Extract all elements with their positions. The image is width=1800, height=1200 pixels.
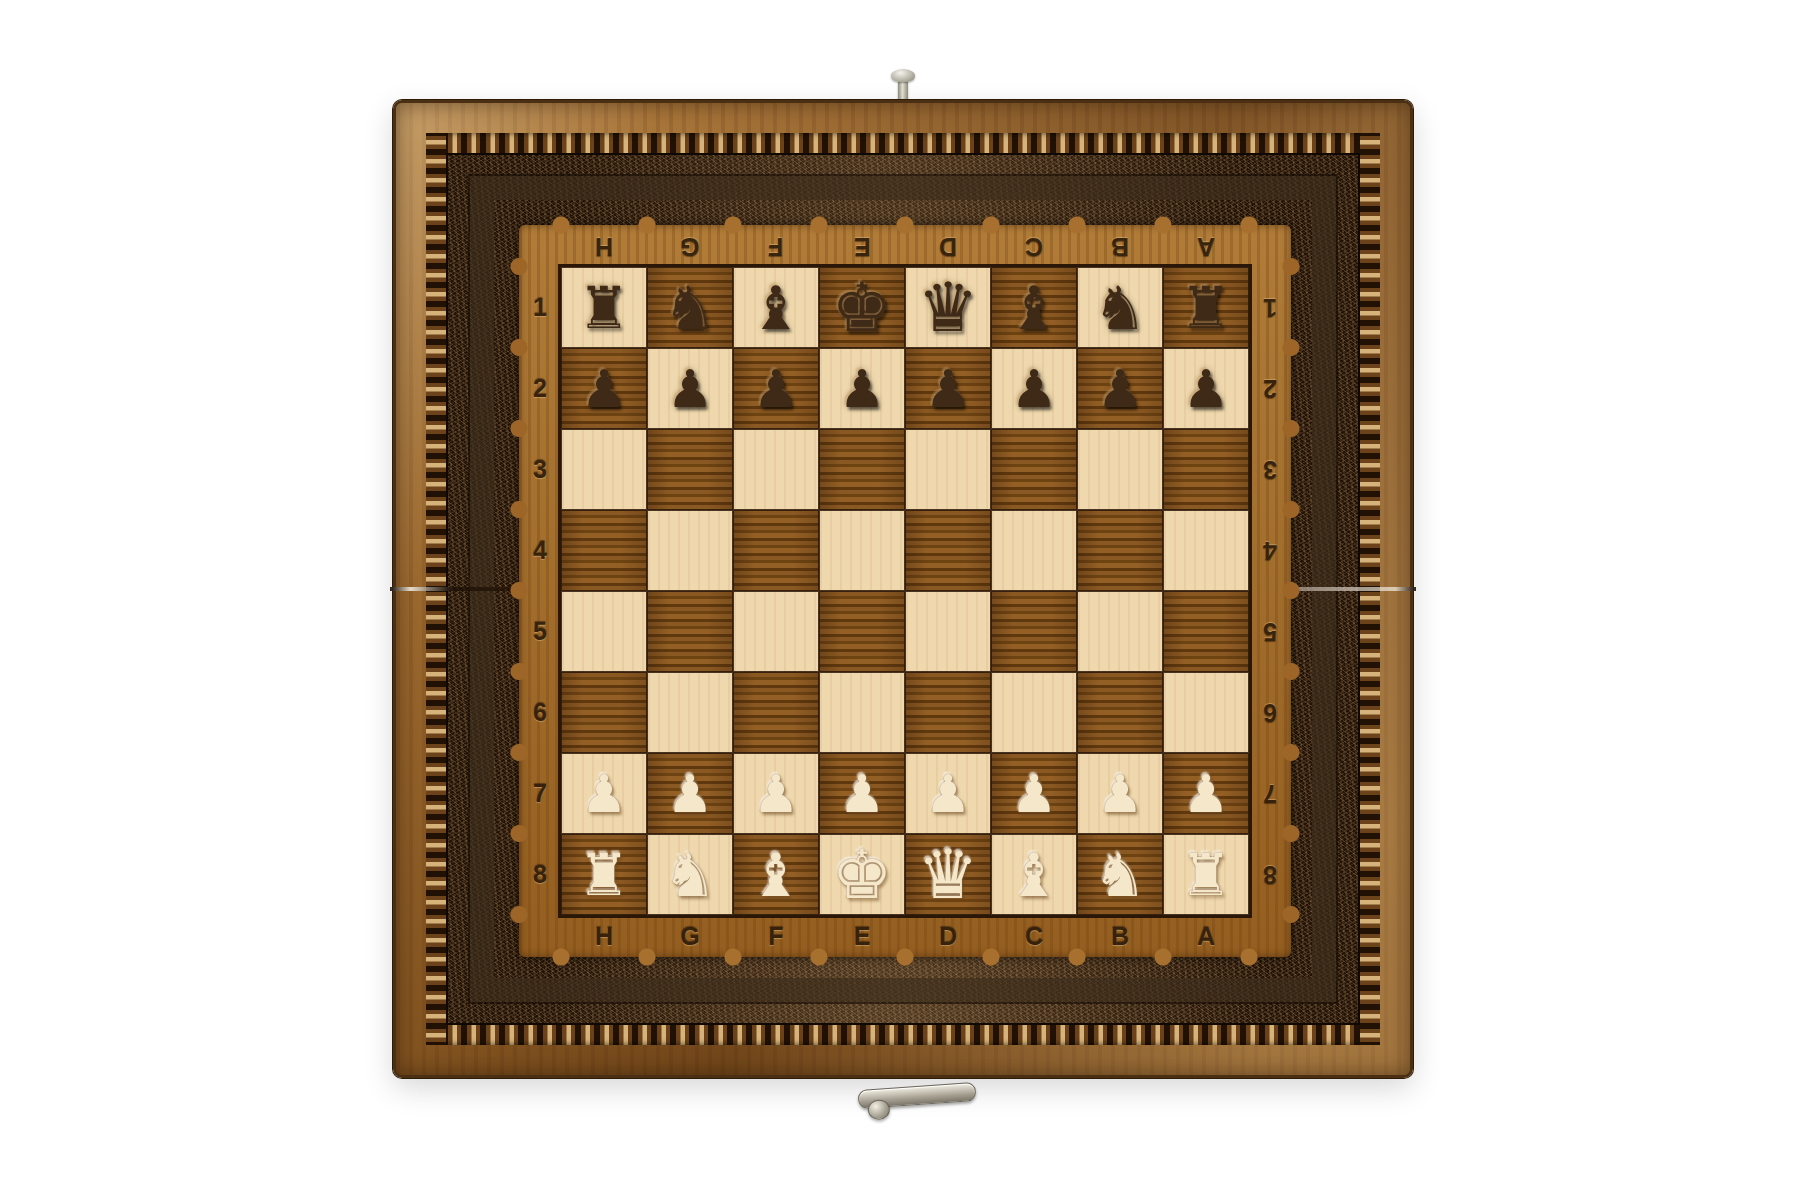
piece-black-queen[interactable]: ♛ xyxy=(918,274,979,342)
square-d5[interactable] xyxy=(905,591,991,672)
rank-labels-right: 12345678 xyxy=(1249,267,1291,915)
rank-label: 7 xyxy=(1263,779,1277,808)
square-b6[interactable] xyxy=(1077,672,1163,753)
file-label: E xyxy=(854,922,871,951)
piece-white-bishop[interactable]: ♝ xyxy=(1007,845,1061,905)
piece-black-bishop[interactable]: ♝ xyxy=(749,278,803,338)
square-c5[interactable] xyxy=(991,591,1077,672)
chess-board: ♜♞♝♚♛♝♞♜♟♟♟♟♟♟♟♟♟♟♟♟♟♟♟♟♜♞♝♚♛♝♞♜ xyxy=(561,267,1249,915)
square-f6[interactable] xyxy=(733,672,819,753)
square-d2[interactable]: ♟ xyxy=(905,348,991,429)
square-g8[interactable]: ♞ xyxy=(647,834,733,915)
square-b3[interactable] xyxy=(1077,429,1163,510)
square-c1[interactable]: ♝ xyxy=(991,267,1077,348)
square-h2[interactable]: ♟ xyxy=(561,348,647,429)
square-g5[interactable] xyxy=(647,591,733,672)
square-f4[interactable] xyxy=(733,510,819,591)
rank-label: 6 xyxy=(1263,698,1277,727)
lid-pin-cap xyxy=(891,69,915,82)
square-g4[interactable] xyxy=(647,510,733,591)
square-h6[interactable] xyxy=(561,672,647,753)
piece-black-pawn[interactable]: ♟ xyxy=(1183,363,1230,415)
piece-white-pawn[interactable]: ♟ xyxy=(925,768,972,820)
piece-white-pawn[interactable]: ♟ xyxy=(1011,768,1058,820)
piece-black-king[interactable]: ♚ xyxy=(832,274,893,342)
carved-dark-panel: HGFEDCBA 12345678 ♜♞♝♚♛♝♞♜♟♟♟♟♟♟♟♟♟♟♟♟♟♟… xyxy=(446,153,1360,1025)
square-b4[interactable] xyxy=(1077,510,1163,591)
file-label: A xyxy=(1197,922,1215,951)
square-a1[interactable]: ♜ xyxy=(1163,267,1249,348)
square-e5[interactable] xyxy=(819,591,905,672)
coordinate-frame: HGFEDCBA 12345678 ♜♞♝♚♛♝♞♜♟♟♟♟♟♟♟♟♟♟♟♟♟♟… xyxy=(519,225,1291,957)
rank-label: 1 xyxy=(1263,293,1277,322)
piece-white-pawn[interactable]: ♟ xyxy=(1097,768,1144,820)
square-b8[interactable]: ♞ xyxy=(1077,834,1163,915)
piece-white-rook[interactable]: ♜ xyxy=(578,846,630,904)
square-f5[interactable] xyxy=(733,591,819,672)
rank-label: 2 xyxy=(533,374,547,403)
file-label: B xyxy=(1111,232,1129,261)
rank-label: 8 xyxy=(533,860,547,889)
piece-white-bishop[interactable]: ♝ xyxy=(749,845,803,905)
square-f3[interactable] xyxy=(733,429,819,510)
piece-white-king[interactable]: ♚ xyxy=(832,841,893,909)
square-b2[interactable]: ♟ xyxy=(1077,348,1163,429)
rank-label: 3 xyxy=(1263,455,1277,484)
file-label: C xyxy=(1025,232,1043,261)
rank-label: 4 xyxy=(1263,536,1277,565)
square-e7[interactable]: ♟ xyxy=(819,753,905,834)
square-f7[interactable]: ♟ xyxy=(733,753,819,834)
file-label: H xyxy=(595,922,613,951)
square-f1[interactable]: ♝ xyxy=(733,267,819,348)
square-d1[interactable]: ♛ xyxy=(905,267,991,348)
square-a7[interactable]: ♟ xyxy=(1163,753,1249,834)
piece-black-pawn[interactable]: ♟ xyxy=(925,363,972,415)
square-c8[interactable]: ♝ xyxy=(991,834,1077,915)
rank-label: 8 xyxy=(1263,860,1277,889)
piece-black-rook[interactable]: ♜ xyxy=(1180,279,1232,337)
square-e2[interactable]: ♟ xyxy=(819,348,905,429)
square-e8[interactable]: ♚ xyxy=(819,834,905,915)
square-h5[interactable] xyxy=(561,591,647,672)
square-e6[interactable] xyxy=(819,672,905,753)
piece-black-pawn[interactable]: ♟ xyxy=(753,363,800,415)
square-a3[interactable] xyxy=(1163,429,1249,510)
piece-white-knight[interactable]: ♞ xyxy=(663,845,717,905)
file-label: G xyxy=(680,922,699,951)
square-e3[interactable] xyxy=(819,429,905,510)
piece-black-pawn[interactable]: ♟ xyxy=(667,363,714,415)
square-g6[interactable] xyxy=(647,672,733,753)
piece-white-pawn[interactable]: ♟ xyxy=(581,768,628,820)
piece-white-pawn[interactable]: ♟ xyxy=(839,768,886,820)
square-h1[interactable]: ♜ xyxy=(561,267,647,348)
piece-white-pawn[interactable]: ♟ xyxy=(667,768,714,820)
piece-white-pawn[interactable]: ♟ xyxy=(1183,768,1230,820)
piece-white-rook[interactable]: ♜ xyxy=(1180,846,1232,904)
piece-black-rook[interactable]: ♜ xyxy=(578,279,630,337)
square-a2[interactable]: ♟ xyxy=(1163,348,1249,429)
carved-outer-frame: HGFEDCBA 12345678 ♜♞♝♚♛♝♞♜♟♟♟♟♟♟♟♟♟♟♟♟♟♟… xyxy=(393,100,1413,1078)
rank-label: 5 xyxy=(533,617,547,646)
rank-label: 5 xyxy=(1263,617,1277,646)
piece-black-pawn[interactable]: ♟ xyxy=(1097,363,1144,415)
square-h4[interactable] xyxy=(561,510,647,591)
square-f8[interactable]: ♝ xyxy=(733,834,819,915)
piece-black-knight[interactable]: ♞ xyxy=(1093,278,1147,338)
square-c4[interactable] xyxy=(991,510,1077,591)
square-e1[interactable]: ♚ xyxy=(819,267,905,348)
square-a4[interactable] xyxy=(1163,510,1249,591)
wooden-chess-box: HGFEDCBA 12345678 ♜♞♝♚♛♝♞♜♟♟♟♟♟♟♟♟♟♟♟♟♟♟… xyxy=(393,100,1413,1078)
rank-label: 2 xyxy=(1263,374,1277,403)
square-b1[interactable]: ♞ xyxy=(1077,267,1163,348)
square-d7[interactable]: ♟ xyxy=(905,753,991,834)
square-g2[interactable]: ♟ xyxy=(647,348,733,429)
rank-label: 7 xyxy=(533,779,547,808)
file-label: F xyxy=(768,922,783,951)
square-c7[interactable]: ♟ xyxy=(991,753,1077,834)
piece-black-pawn[interactable]: ♟ xyxy=(1011,363,1058,415)
file-label: E xyxy=(854,232,871,261)
file-label: A xyxy=(1197,232,1215,261)
piece-white-queen[interactable]: ♛ xyxy=(918,841,979,909)
piece-black-pawn[interactable]: ♟ xyxy=(581,363,628,415)
square-g7[interactable]: ♟ xyxy=(647,753,733,834)
square-a8[interactable]: ♜ xyxy=(1163,834,1249,915)
piece-black-pawn[interactable]: ♟ xyxy=(839,363,886,415)
file-label: B xyxy=(1111,922,1129,951)
file-labels-top: HGFEDCBA xyxy=(561,225,1249,267)
lid-pin-icon xyxy=(891,69,915,103)
square-e4[interactable] xyxy=(819,510,905,591)
square-c2[interactable]: ♟ xyxy=(991,348,1077,429)
rank-label: 3 xyxy=(533,455,547,484)
piece-black-knight[interactable]: ♞ xyxy=(663,278,717,338)
file-label: G xyxy=(680,232,699,261)
square-d4[interactable] xyxy=(905,510,991,591)
square-a5[interactable] xyxy=(1163,591,1249,672)
piece-white-pawn[interactable]: ♟ xyxy=(753,768,800,820)
square-a6[interactable] xyxy=(1163,672,1249,753)
square-g1[interactable]: ♞ xyxy=(647,267,733,348)
file-label: F xyxy=(768,232,783,261)
rank-label: 1 xyxy=(533,293,547,322)
file-label: D xyxy=(939,232,957,261)
file-label: D xyxy=(939,922,957,951)
square-d8[interactable]: ♛ xyxy=(905,834,991,915)
rope-bead-border: HGFEDCBA 12345678 ♜♞♝♚♛♝♞♜♟♟♟♟♟♟♟♟♟♟♟♟♟♟… xyxy=(426,133,1380,1045)
latch-clasp-icon xyxy=(857,1082,976,1109)
rank-labels-left: 12345678 xyxy=(519,267,561,915)
square-b7[interactable]: ♟ xyxy=(1077,753,1163,834)
piece-black-bishop[interactable]: ♝ xyxy=(1007,278,1061,338)
square-h8[interactable]: ♜ xyxy=(561,834,647,915)
square-c6[interactable] xyxy=(991,672,1077,753)
square-d3[interactable] xyxy=(905,429,991,510)
photo-background: HGFEDCBA 12345678 ♜♞♝♚♛♝♞♜♟♟♟♟♟♟♟♟♟♟♟♟♟♟… xyxy=(0,0,1800,1200)
square-f2[interactable]: ♟ xyxy=(733,348,819,429)
square-h7[interactable]: ♟ xyxy=(561,753,647,834)
rank-label: 6 xyxy=(533,698,547,727)
square-h3[interactable] xyxy=(561,429,647,510)
file-label: H xyxy=(595,232,613,261)
square-b5[interactable] xyxy=(1077,591,1163,672)
rank-label: 4 xyxy=(533,536,547,565)
square-d6[interactable] xyxy=(905,672,991,753)
square-g3[interactable] xyxy=(647,429,733,510)
piece-white-knight[interactable]: ♞ xyxy=(1093,845,1147,905)
square-c3[interactable] xyxy=(991,429,1077,510)
file-label: C xyxy=(1025,922,1043,951)
file-labels-bottom: HGFEDCBA xyxy=(561,915,1249,957)
